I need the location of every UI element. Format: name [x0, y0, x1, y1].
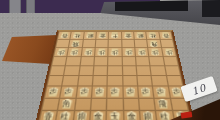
- piece-kanji: 金: [124, 33, 130, 37]
- cell-r3-c3: 歩: [81, 48, 95, 57]
- cell-r2-c9: [160, 40, 175, 48]
- cell-r3-c6: 歩: [122, 48, 136, 57]
- piece-kanji: 歩: [49, 89, 58, 96]
- cell-r8-c4: [91, 98, 108, 110]
- piece-kanji: 香: [44, 113, 54, 120]
- piece-kanji: 飛: [159, 100, 168, 107]
- piece-sente-knight: 桂: [58, 111, 73, 120]
- piece-gote-silver: 銀: [135, 32, 145, 39]
- cell-r5-c9: [165, 66, 181, 76]
- cell-r7-c3: 歩: [76, 87, 93, 99]
- cell-r1-c7: 銀: [134, 32, 147, 40]
- cell-r6-c9: [167, 76, 184, 87]
- cell-r1-c5: 王: [109, 32, 122, 40]
- cell-r1-c3: 銀: [83, 32, 96, 40]
- piece-sente-rook: 飛: [156, 99, 170, 109]
- piece-gote-knight: 桂: [72, 32, 83, 39]
- cell-r2-c2: 飛: [69, 40, 83, 48]
- piece-kanji: 香: [162, 33, 169, 37]
- cell-r8-c3: [75, 98, 92, 110]
- cell-r6-c2: [63, 76, 79, 87]
- board-frame: 香桂銀金王金銀桂香飛角歩歩歩歩歩歩歩歩歩歩歩歩歩歩歩歩歩歩角飛香桂銀金玉金銀桂香: [34, 30, 195, 120]
- piece-sente-lance: 香: [41, 111, 56, 120]
- cell-r8-c6: [123, 98, 140, 110]
- piece-kanji: 飛: [72, 41, 79, 46]
- piece-gote-gold: 金: [97, 32, 107, 39]
- piece-kanji: 玉: [111, 113, 119, 120]
- piece-gote-pawn: 歩: [136, 48, 147, 55]
- cell-r4-c7: [136, 57, 151, 66]
- piece-kanji: 歩: [96, 89, 104, 96]
- cell-r5-c6: [123, 66, 138, 76]
- piece-kanji: 金: [94, 113, 102, 120]
- cell-r4-c5: [109, 57, 123, 66]
- cell-r3-c9: 歩: [162, 48, 177, 57]
- cell-r7-c4: 歩: [92, 87, 108, 99]
- cell-r2-c6: [122, 40, 135, 48]
- cell-r1-c6: 金: [122, 32, 135, 40]
- piece-gote-pawn: 歩: [150, 48, 161, 55]
- piece-sente-knight: 桂: [158, 111, 173, 120]
- piece-kanji: 金: [127, 113, 135, 120]
- piece-gote-silver: 銀: [85, 32, 95, 39]
- cell-r9-c5: 玉: [107, 111, 124, 120]
- cell-r4-c3: [80, 57, 95, 66]
- piece-sente-pawn: 歩: [93, 87, 105, 97]
- piece-gote-lance: 香: [59, 32, 70, 39]
- cell-r6-c4: [93, 76, 108, 87]
- piece-kanji: 歩: [142, 89, 150, 96]
- piece-gote-pawn: 歩: [83, 48, 94, 55]
- piece-gote-pawn: 歩: [69, 48, 80, 55]
- cell-r2-c4: [96, 40, 109, 48]
- cell-r7-c7: 歩: [138, 87, 155, 99]
- cell-r4-c2: [66, 57, 81, 66]
- cell-r3-c5: 歩: [109, 48, 123, 57]
- piece-gote-pawn: 歩: [55, 48, 67, 55]
- cell-r9-c3: 銀: [73, 111, 91, 120]
- piece-kanji: 歩: [125, 49, 132, 54]
- table-leg: [26, 0, 35, 13]
- cell-r7-c2: 歩: [61, 87, 78, 99]
- board-number-card: 10: [180, 76, 217, 102]
- piece-kanji: 銀: [77, 113, 86, 120]
- cell-r7-c5: 歩: [108, 87, 124, 99]
- piece-gote-king: 王: [110, 32, 120, 39]
- cell-r2-c3: [82, 40, 96, 48]
- piece-sente-pawn: 歩: [155, 87, 168, 97]
- cell-r9-c1: 香: [39, 111, 58, 120]
- piece-sente-pawn: 歩: [78, 87, 91, 97]
- piece-kanji: 桂: [160, 113, 169, 120]
- cell-r5-c5: [108, 66, 123, 76]
- cell-r9-c2: 桂: [56, 111, 75, 120]
- piece-kanji: 歩: [138, 49, 145, 54]
- piece-kanji: 銀: [144, 113, 153, 120]
- cell-r9-c7: 銀: [140, 111, 158, 120]
- shogi-photo-scene: 香桂銀金王金銀桂香飛角歩歩歩歩歩歩歩歩歩歩歩歩歩歩歩歩歩歩角飛香桂銀金玉金銀桂香…: [0, 0, 220, 120]
- cell-r4-c4: [94, 57, 108, 66]
- piece-sente-king: 玉: [108, 111, 121, 120]
- piece-kanji: 歩: [64, 89, 72, 96]
- shogi-board-grid: 香桂銀金王金銀桂香飛角歩歩歩歩歩歩歩歩歩歩歩歩歩歩歩歩歩歩角飛香桂銀金玉金銀桂香: [38, 31, 192, 120]
- shogi-board: 香桂銀金王金銀桂香飛角歩歩歩歩歩歩歩歩歩歩歩歩歩歩歩歩歩歩角飛香桂銀金玉金銀桂香: [34, 30, 195, 120]
- piece-kanji: 歩: [172, 89, 181, 96]
- piece-kanji: 桂: [74, 33, 81, 37]
- piece-kanji: 角: [63, 100, 72, 107]
- piece-sente-bishop: 角: [60, 99, 74, 109]
- cell-r5-c2: [64, 66, 80, 76]
- cell-r6-c7: [138, 76, 154, 87]
- piece-gote-rook: 飛: [70, 40, 81, 47]
- piece-gote-bishop: 角: [149, 40, 160, 47]
- piece-sente-pawn: 歩: [139, 87, 152, 97]
- piece-kanji: 香: [61, 33, 68, 37]
- table-leg: [9, 0, 21, 13]
- cell-r9-c4: 金: [90, 111, 107, 120]
- piece-kanji: 歩: [165, 49, 172, 54]
- piece-gote-pawn: 歩: [163, 48, 175, 55]
- cell-r3-c4: 歩: [95, 48, 109, 57]
- cell-r4-c9: [163, 57, 179, 66]
- piece-kanji: 歩: [58, 49, 65, 54]
- cell-r8-c2: 角: [58, 98, 76, 110]
- piece-kanji: 金: [99, 33, 105, 37]
- piece-gote-pawn: 歩: [123, 48, 134, 55]
- cell-r6-c5: [108, 76, 123, 87]
- piece-kanji: 歩: [80, 89, 88, 96]
- cell-r9-c6: 金: [124, 111, 141, 120]
- board-number-label: 10: [190, 81, 208, 96]
- piece-kanji: 歩: [98, 49, 105, 54]
- piece-gote-pawn: 歩: [96, 48, 107, 55]
- piece-kanji: 歩: [111, 89, 119, 96]
- cell-r3-c7: 歩: [135, 48, 149, 57]
- piece-kanji: 歩: [127, 89, 135, 96]
- piece-gote-lance: 香: [160, 32, 171, 39]
- piece-kanji: 歩: [112, 49, 119, 54]
- piece-kanji: 歩: [157, 89, 165, 96]
- piece-sente-pawn: 歩: [109, 87, 121, 97]
- cell-r2-c5: [109, 40, 122, 48]
- piece-kanji: 桂: [60, 113, 69, 120]
- background-table: [98, 0, 220, 26]
- piece-sente-pawn: 歩: [46, 87, 60, 97]
- piece-sente-silver: 銀: [75, 111, 89, 120]
- cell-r1-c4: 金: [96, 32, 109, 40]
- cell-r3-c2: 歩: [68, 48, 83, 57]
- cell-r6-c3: [78, 76, 94, 87]
- piece-kanji: 歩: [85, 49, 92, 54]
- piece-sente-gold: 金: [125, 111, 138, 120]
- piece-kanji: 歩: [71, 49, 78, 54]
- piece-kanji: 王: [112, 33, 118, 37]
- piece-gote-pawn: 歩: [110, 48, 120, 55]
- piece-kanji: 角: [151, 41, 158, 46]
- piece-kanji: 桂: [149, 33, 156, 37]
- cell-r5-c4: [94, 66, 109, 76]
- piece-kanji: 銀: [86, 33, 93, 37]
- cell-r6-c6: [123, 76, 138, 87]
- background-object: [202, 0, 220, 17]
- cell-r8-c7: [139, 98, 156, 110]
- piece-sente-pawn: 歩: [62, 87, 75, 97]
- cell-r1-c9: 香: [159, 32, 173, 40]
- piece-kanji: 歩: [152, 49, 159, 54]
- piece-sente-silver: 銀: [141, 111, 155, 120]
- cell-r5-c7: [137, 66, 152, 76]
- cell-r5-c3: [79, 66, 94, 76]
- cell-r8-c5: [107, 98, 123, 110]
- cell-r4-c6: [122, 57, 136, 66]
- piece-sente-pawn: 歩: [124, 87, 136, 97]
- piece-sente-gold: 金: [92, 111, 105, 120]
- cell-r7-c6: 歩: [123, 87, 139, 99]
- piece-gote-gold: 金: [123, 32, 133, 39]
- cell-r1-c2: 桂: [71, 32, 85, 40]
- piece-gote-knight: 桂: [148, 32, 159, 39]
- cell-r2-c7: [135, 40, 149, 48]
- piece-kanji: 銀: [137, 33, 144, 37]
